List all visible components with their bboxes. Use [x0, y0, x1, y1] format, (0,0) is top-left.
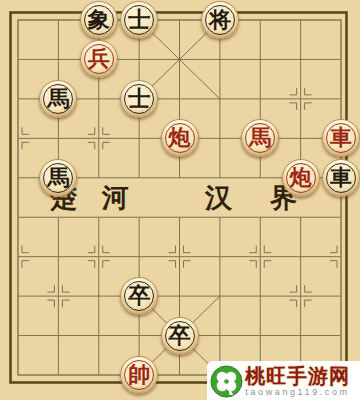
- piece-glyph: 士: [121, 2, 157, 38]
- watermark-text: 桃旺手游网 taowang119.com: [245, 365, 350, 397]
- piece-glyph: 将: [202, 2, 238, 38]
- piece-black-advisor-1[interactable]: 士: [120, 1, 158, 39]
- xiangqi-board: 楚河 汉界 象士将兵馬士炮馬車馬炮車卒卒帥: [0, 0, 360, 400]
- clover-icon: [210, 365, 243, 398]
- piece-glyph: 馬: [40, 160, 76, 196]
- piece-glyph: 象: [81, 2, 117, 38]
- piece-glyph: 炮: [283, 160, 319, 196]
- piece-black-pawn-2[interactable]: 卒: [161, 317, 199, 355]
- piece-black-chariot-1[interactable]: 車: [322, 159, 360, 197]
- piece-black-elephant[interactable]: 象: [80, 1, 118, 39]
- piece-glyph: 士: [121, 81, 157, 117]
- piece-glyph: 卒: [162, 318, 198, 354]
- watermark-site-name: 桃旺手游网: [245, 365, 350, 387]
- watermark: 桃旺手游网 taowang119.com: [207, 361, 360, 400]
- piece-black-horse-1[interactable]: 馬: [39, 80, 77, 118]
- piece-glyph: 車: [323, 160, 359, 196]
- piece-red-cannon-2[interactable]: 炮: [282, 159, 320, 197]
- xiangqi-app: 楚河 汉界 象士将兵馬士炮馬車馬炮車卒卒帥 桃旺手游网 taowang119.c…: [0, 0, 360, 400]
- piece-black-horse-2[interactable]: 馬: [39, 159, 77, 197]
- piece-red-chariot-1[interactable]: 車: [322, 119, 360, 157]
- piece-glyph: 兵: [81, 41, 117, 77]
- piece-glyph: 帥: [121, 357, 157, 393]
- piece-black-advisor-2[interactable]: 士: [120, 80, 158, 118]
- piece-glyph: 馬: [242, 120, 278, 156]
- piece-glyph: 卒: [121, 278, 157, 314]
- piece-red-general[interactable]: 帥: [120, 356, 158, 394]
- piece-black-pawn-1[interactable]: 卒: [120, 277, 158, 315]
- piece-red-soldier-1[interactable]: 兵: [80, 40, 118, 78]
- piece-black-general[interactable]: 将: [201, 1, 239, 39]
- watermark-site-url: taowang119.com: [245, 387, 349, 397]
- piece-red-cannon-1[interactable]: 炮: [161, 119, 199, 157]
- piece-glyph: 車: [323, 120, 359, 156]
- piece-glyph: 炮: [162, 120, 198, 156]
- piece-red-horse-1[interactable]: 馬: [241, 119, 279, 157]
- piece-glyph: 馬: [40, 81, 76, 117]
